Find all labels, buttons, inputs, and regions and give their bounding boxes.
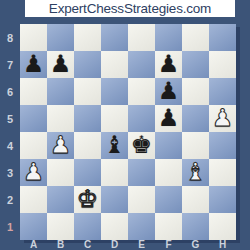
chess-diagram: ExpertChessStrategies.com 87654321 ♟♟♟♟♟… bbox=[0, 0, 250, 250]
square-g6 bbox=[182, 78, 209, 105]
square-d5 bbox=[101, 105, 128, 132]
black-pawn: ♟ bbox=[155, 51, 182, 78]
square-h2 bbox=[209, 186, 236, 213]
square-a6 bbox=[20, 78, 47, 105]
square-c3 bbox=[74, 159, 101, 186]
file-label-a: A bbox=[20, 239, 47, 250]
square-f2 bbox=[155, 186, 182, 213]
square-c1 bbox=[74, 213, 101, 240]
rank-label-6: 6 bbox=[0, 78, 20, 105]
square-b3 bbox=[47, 159, 74, 186]
square-f1 bbox=[155, 213, 182, 240]
square-e8 bbox=[128, 24, 155, 51]
square-f6: ♟ bbox=[155, 78, 182, 105]
chess-board: ♟♟♟♟♟♟♟♝♚♟♝♚ bbox=[20, 24, 236, 240]
square-c4 bbox=[74, 132, 101, 159]
square-g7 bbox=[182, 51, 209, 78]
square-d4: ♝ bbox=[101, 132, 128, 159]
square-g4 bbox=[182, 132, 209, 159]
square-f5: ♟ bbox=[155, 105, 182, 132]
square-b2 bbox=[47, 186, 74, 213]
square-c8 bbox=[74, 24, 101, 51]
square-e6 bbox=[128, 78, 155, 105]
file-label-e: E bbox=[128, 239, 155, 250]
rank-label-4: 4 bbox=[0, 132, 20, 159]
rank-label-8: 8 bbox=[0, 24, 20, 51]
black-pawn: ♟ bbox=[20, 51, 47, 78]
square-h6 bbox=[209, 78, 236, 105]
white-king: ♚ bbox=[74, 186, 101, 213]
rank-label-1: 1 bbox=[0, 213, 20, 240]
square-a7: ♟ bbox=[20, 51, 47, 78]
square-a4 bbox=[20, 132, 47, 159]
square-d3 bbox=[101, 159, 128, 186]
square-e3 bbox=[128, 159, 155, 186]
square-c5 bbox=[74, 105, 101, 132]
rank-label-7: 7 bbox=[0, 51, 20, 78]
square-e1 bbox=[128, 213, 155, 240]
square-g3: ♝ bbox=[182, 159, 209, 186]
file-label-c: C bbox=[74, 239, 101, 250]
rank-label-3: 3 bbox=[0, 159, 20, 186]
square-h1 bbox=[209, 213, 236, 240]
black-bishop: ♝ bbox=[101, 132, 128, 159]
square-c2: ♚ bbox=[74, 186, 101, 213]
rank-label-2: 2 bbox=[0, 186, 20, 213]
square-a1 bbox=[20, 213, 47, 240]
square-e2 bbox=[128, 186, 155, 213]
file-label-g: G bbox=[182, 239, 209, 250]
square-f3 bbox=[155, 159, 182, 186]
square-f8 bbox=[155, 24, 182, 51]
site-header: ExpertChessStrategies.com bbox=[25, 0, 235, 17]
square-g5 bbox=[182, 105, 209, 132]
black-pawn: ♟ bbox=[155, 105, 182, 132]
black-pawn: ♟ bbox=[155, 78, 182, 105]
file-label-h: H bbox=[209, 239, 236, 250]
square-b5 bbox=[47, 105, 74, 132]
square-h3 bbox=[209, 159, 236, 186]
square-e7 bbox=[128, 51, 155, 78]
square-e4: ♚ bbox=[128, 132, 155, 159]
file-label-d: D bbox=[101, 239, 128, 250]
square-b4: ♟ bbox=[47, 132, 74, 159]
square-e5 bbox=[128, 105, 155, 132]
square-h8 bbox=[209, 24, 236, 51]
square-h4 bbox=[209, 132, 236, 159]
square-b8 bbox=[47, 24, 74, 51]
square-b6 bbox=[47, 78, 74, 105]
rank-label-5: 5 bbox=[0, 105, 20, 132]
square-b7: ♟ bbox=[47, 51, 74, 78]
square-d6 bbox=[101, 78, 128, 105]
white-bishop: ♝ bbox=[182, 159, 209, 186]
file-label-b: B bbox=[47, 239, 74, 250]
black-pawn: ♟ bbox=[47, 51, 74, 78]
square-d2 bbox=[101, 186, 128, 213]
square-g2 bbox=[182, 186, 209, 213]
white-pawn: ♟ bbox=[20, 159, 47, 186]
square-a8 bbox=[20, 24, 47, 51]
square-d7 bbox=[101, 51, 128, 78]
square-d8 bbox=[101, 24, 128, 51]
square-f4 bbox=[155, 132, 182, 159]
square-g1 bbox=[182, 213, 209, 240]
square-h7 bbox=[209, 51, 236, 78]
square-a3: ♟ bbox=[20, 159, 47, 186]
white-pawn: ♟ bbox=[47, 132, 74, 159]
square-h5: ♟ bbox=[209, 105, 236, 132]
black-king: ♚ bbox=[128, 132, 155, 159]
site-title: ExpertChessStrategies.com bbox=[49, 0, 211, 17]
square-g8 bbox=[182, 24, 209, 51]
square-a2 bbox=[20, 186, 47, 213]
white-pawn: ♟ bbox=[209, 105, 236, 132]
file-labels: ABCDEFGH bbox=[20, 239, 236, 250]
square-c6 bbox=[74, 78, 101, 105]
file-label-f: F bbox=[155, 239, 182, 250]
square-d1 bbox=[101, 213, 128, 240]
square-f7: ♟ bbox=[155, 51, 182, 78]
rank-labels: 87654321 bbox=[0, 24, 20, 240]
square-b1 bbox=[47, 213, 74, 240]
square-a5 bbox=[20, 105, 47, 132]
square-c7 bbox=[74, 51, 101, 78]
